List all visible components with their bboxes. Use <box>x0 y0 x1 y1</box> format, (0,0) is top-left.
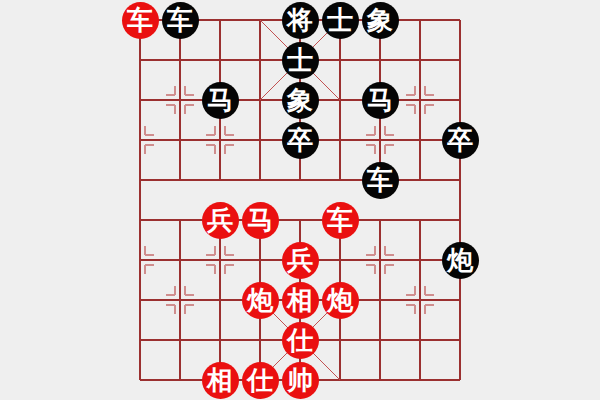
board-point: 炮 <box>240 280 280 320</box>
piece-red-chariot[interactable]: 车 <box>122 2 159 39</box>
xiangqi-board[interactable]: 车车将士象士马象马卒卒车兵马车兵炮炮相炮仕相仕帅 <box>120 0 480 400</box>
piece-red-elephant[interactable]: 相 <box>202 362 239 399</box>
board-point: 相 <box>280 280 320 320</box>
piece-black-horse[interactable]: 马 <box>202 82 239 119</box>
board-point: 仕 <box>240 360 280 400</box>
piece-black-horse[interactable]: 马 <box>362 82 399 119</box>
piece-red-soldier[interactable]: 兵 <box>282 242 319 279</box>
board-point: 兵 <box>200 200 240 240</box>
board-point: 帅 <box>280 360 320 400</box>
piece-black-general[interactable]: 将 <box>282 2 319 39</box>
board-point: 炮 <box>320 280 360 320</box>
piece-black-chariot[interactable]: 车 <box>362 162 399 199</box>
piece-red-general[interactable]: 帅 <box>282 362 319 399</box>
piece-black-elephant[interactable]: 象 <box>362 2 399 39</box>
piece-black-advisor[interactable]: 士 <box>322 2 359 39</box>
piece-black-elephant[interactable]: 象 <box>282 82 319 119</box>
piece-black-chariot[interactable]: 车 <box>162 2 199 39</box>
piece-red-soldier[interactable]: 兵 <box>202 202 239 239</box>
piece-red-advisor[interactable]: 仕 <box>282 322 319 359</box>
screen: 车车将士象士马象马卒卒车兵马车兵炮炮相炮仕相仕帅 <box>0 0 600 400</box>
piece-black-soldier[interactable]: 卒 <box>442 122 479 159</box>
board-point: 象 <box>280 80 320 120</box>
board-point: 车 <box>320 200 360 240</box>
board-point: 马 <box>360 80 400 120</box>
board-point: 仕 <box>280 320 320 360</box>
board-point: 车 <box>360 160 400 200</box>
board-point: 将 <box>280 0 320 40</box>
board-point: 车 <box>120 0 160 40</box>
board-point: 马 <box>200 80 240 120</box>
piece-red-horse[interactable]: 马 <box>242 202 279 239</box>
board-point: 卒 <box>280 120 320 160</box>
piece-black-advisor[interactable]: 士 <box>282 42 319 79</box>
board-point: 士 <box>320 0 360 40</box>
board-point: 卒 <box>440 120 480 160</box>
board-point: 马 <box>240 200 280 240</box>
piece-black-soldier[interactable]: 卒 <box>282 122 319 159</box>
board-point: 相 <box>200 360 240 400</box>
piece-black-cannon[interactable]: 炮 <box>442 242 479 279</box>
piece-red-elephant[interactable]: 相 <box>282 282 319 319</box>
board-point: 炮 <box>440 240 480 280</box>
board-point: 士 <box>280 40 320 80</box>
piece-red-cannon[interactable]: 炮 <box>322 282 359 319</box>
board-point: 兵 <box>280 240 320 280</box>
board-point: 象 <box>360 0 400 40</box>
piece-red-chariot[interactable]: 车 <box>322 202 359 239</box>
piece-red-advisor[interactable]: 仕 <box>242 362 279 399</box>
board-point: 车 <box>160 0 200 40</box>
piece-red-cannon[interactable]: 炮 <box>242 282 279 319</box>
